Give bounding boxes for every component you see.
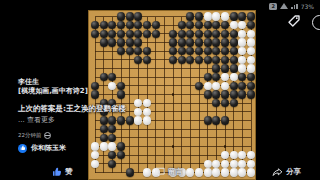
status-bar: 2 73% — [269, 2, 314, 10]
black-stone — [108, 21, 116, 29]
black-stone — [126, 30, 134, 38]
black-stone — [204, 116, 212, 124]
white-stone — [247, 64, 255, 72]
white-stone — [238, 151, 246, 159]
black-stone — [178, 30, 186, 38]
post-text-block: 李佳生 [棋境如画,画中有诗2] 上次的答案是:王之涣的登鹳雀楼 ... 查看更… — [18, 78, 126, 139]
white-stone — [221, 12, 229, 20]
white-stone — [134, 108, 142, 116]
see-more-link[interactable]: ... 查看更多 — [18, 115, 126, 125]
black-stone — [230, 47, 238, 55]
star-point — [224, 145, 226, 147]
black-stone — [143, 30, 151, 38]
black-stone — [100, 38, 108, 46]
post-answer-line: 上次的答案是:王之涣的登鹳雀楼 — [18, 104, 126, 113]
black-stone — [195, 38, 203, 46]
comment-button[interactable]: 留言 — [155, 167, 183, 177]
black-stone — [186, 21, 194, 29]
black-stone — [195, 82, 203, 90]
black-stone — [134, 56, 142, 64]
black-stone — [186, 47, 194, 55]
star-point — [172, 145, 174, 147]
post-author[interactable]: 李佳生 — [18, 78, 126, 87]
battery-percent: 73% — [301, 3, 314, 10]
black-stone — [134, 47, 142, 55]
black-stone — [195, 30, 203, 38]
black-stone — [126, 12, 134, 20]
black-stone — [238, 90, 246, 98]
black-stone — [204, 56, 212, 64]
white-stone — [247, 56, 255, 64]
black-stone — [212, 38, 220, 46]
black-stone — [152, 30, 160, 38]
white-stone — [212, 82, 220, 90]
black-stone — [212, 116, 220, 124]
black-stone — [212, 56, 220, 64]
black-stone — [178, 56, 186, 64]
black-stone — [221, 21, 229, 29]
share-arrow-icon — [272, 167, 283, 177]
white-stone — [91, 151, 99, 159]
like-label: 赞 — [65, 167, 73, 177]
white-stone — [221, 73, 229, 81]
black-stone — [134, 21, 142, 29]
black-stone — [204, 73, 212, 81]
white-stone — [238, 56, 246, 64]
black-stone — [230, 99, 238, 107]
black-stone — [204, 47, 212, 55]
black-stone — [169, 47, 177, 55]
black-stone — [221, 38, 229, 46]
black-stone — [169, 56, 177, 64]
black-stone — [169, 30, 177, 38]
black-stone — [117, 38, 125, 46]
white-stone — [230, 151, 238, 159]
black-stone — [195, 21, 203, 29]
black-stone — [230, 82, 238, 90]
share-label: 分享 — [286, 167, 301, 177]
black-stone — [195, 12, 203, 20]
black-stone — [126, 116, 134, 124]
black-stone — [91, 21, 99, 29]
black-stone — [212, 30, 220, 38]
white-stone — [100, 142, 108, 150]
black-stone — [134, 38, 142, 46]
post-title-line: [棋境如画,画中有诗2] — [18, 87, 126, 96]
white-stone — [143, 116, 151, 124]
black-stone — [195, 47, 203, 55]
black-stone — [230, 12, 238, 20]
like-reaction-icon — [18, 144, 27, 153]
black-stone — [221, 47, 229, 55]
black-stone — [204, 38, 212, 46]
black-stone — [126, 38, 134, 46]
comment-bubble-icon — [155, 167, 165, 177]
black-stone — [221, 116, 229, 124]
black-stone — [186, 30, 194, 38]
black-stone — [221, 30, 229, 38]
black-stone — [143, 47, 151, 55]
black-stone — [238, 73, 246, 81]
black-stone — [212, 73, 220, 81]
like-button[interactable]: 赞 — [52, 167, 73, 177]
tag-icon[interactable] — [287, 14, 301, 28]
black-stone — [152, 21, 160, 29]
notification-badge-icon: 2 — [269, 3, 277, 10]
star-point — [172, 93, 174, 95]
black-stone — [91, 30, 99, 38]
black-stone — [186, 56, 194, 64]
white-stone — [247, 47, 255, 55]
white-stone — [247, 30, 255, 38]
black-stone — [108, 151, 116, 159]
share-button[interactable]: 分享 — [272, 167, 301, 177]
comment-label: 留言 — [168, 167, 183, 177]
black-stone — [221, 64, 229, 72]
black-stone — [230, 38, 238, 46]
black-stone — [169, 38, 177, 46]
post-meta: 22分钟前 — [18, 132, 126, 139]
black-stone — [186, 38, 194, 46]
white-stone — [108, 142, 116, 150]
black-stone — [126, 47, 134, 55]
white-stone — [134, 116, 142, 124]
black-stone — [230, 64, 238, 72]
black-stone — [108, 30, 116, 38]
black-stone — [212, 90, 220, 98]
black-stone — [126, 21, 134, 29]
black-stone — [221, 99, 229, 107]
facebook-video-post-screen: 2 73% 李佳生 [棋境如画,画中有诗2] 上次的答案是:王之涣的登鹳雀楼 .… — [0, 0, 320, 180]
black-stone — [143, 56, 151, 64]
black-stone — [178, 47, 186, 55]
action-bar: 赞 留言 分享 — [0, 162, 320, 180]
black-stone — [230, 90, 238, 98]
white-stone — [91, 142, 99, 150]
black-stone — [212, 64, 220, 72]
white-stone — [143, 99, 151, 107]
black-stone — [100, 21, 108, 29]
wifi-icon — [280, 3, 288, 9]
white-stone — [204, 12, 212, 20]
black-stone — [204, 21, 212, 29]
white-stone — [221, 151, 229, 159]
black-stone — [230, 56, 238, 64]
white-stone — [238, 38, 246, 46]
white-stone — [247, 38, 255, 46]
black-stone — [178, 21, 186, 29]
black-stone — [238, 12, 246, 20]
black-stone — [117, 47, 125, 55]
white-stone — [221, 82, 229, 90]
emoji-circle-icon[interactable] — [312, 15, 320, 30]
white-stone — [247, 151, 255, 159]
white-stone — [212, 12, 220, 20]
black-stone — [238, 82, 246, 90]
black-stone — [117, 30, 125, 38]
white-stone — [238, 64, 246, 72]
white-stone — [134, 99, 142, 107]
liked-by-row[interactable]: 你和陈玉米 — [18, 143, 66, 153]
white-stone — [204, 82, 212, 90]
black-stone — [100, 30, 108, 38]
black-stone — [221, 90, 229, 98]
black-stone — [212, 99, 220, 107]
black-stone — [186, 12, 194, 20]
post-timestamp: 22分钟前 — [18, 132, 42, 139]
black-stone — [247, 82, 255, 90]
public-globe-icon — [44, 132, 51, 139]
black-stone — [117, 12, 125, 20]
black-stone — [204, 90, 212, 98]
black-stone — [134, 30, 142, 38]
black-stone — [247, 90, 255, 98]
black-stone — [221, 56, 229, 64]
liked-by-text: 你和陈玉米 — [31, 143, 66, 153]
black-stone — [143, 21, 151, 29]
black-stone — [178, 38, 186, 46]
black-stone — [117, 142, 125, 150]
black-stone — [212, 21, 220, 29]
black-stone — [204, 30, 212, 38]
thumbs-up-icon — [52, 167, 62, 177]
white-stone — [143, 108, 151, 116]
white-stone — [230, 73, 238, 81]
black-stone — [108, 38, 116, 46]
black-stone — [247, 73, 255, 81]
black-stone — [117, 21, 125, 29]
white-stone — [238, 47, 246, 55]
black-stone — [212, 47, 220, 55]
white-stone — [230, 21, 238, 29]
signal-strength-icon — [291, 4, 298, 9]
black-stone — [134, 12, 142, 20]
black-stone — [247, 12, 255, 20]
black-stone — [247, 21, 255, 29]
black-stone — [117, 151, 125, 159]
black-stone — [195, 56, 203, 64]
white-stone — [238, 30, 246, 38]
white-stone — [238, 21, 246, 29]
black-stone — [230, 30, 238, 38]
